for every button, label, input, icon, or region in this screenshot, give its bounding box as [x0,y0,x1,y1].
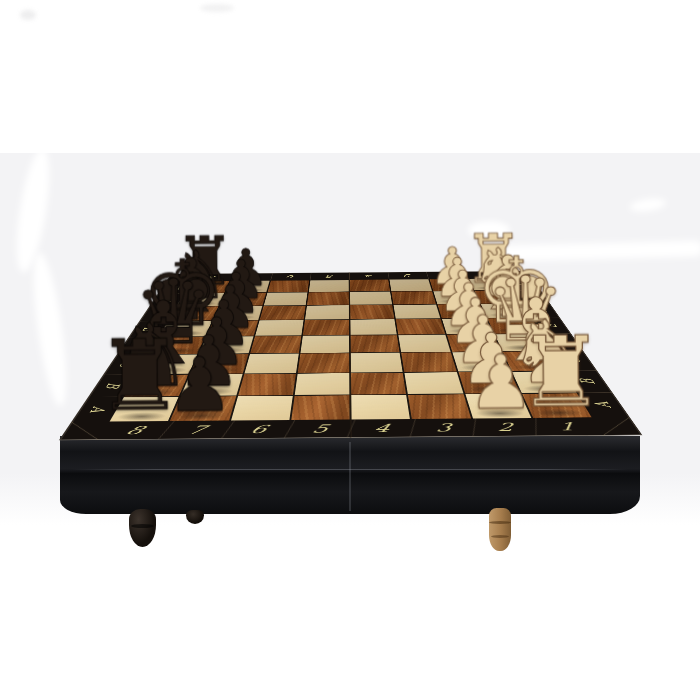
left-label-D: D [117,337,159,355]
square-e1[interactable]: ♚ [487,318,540,334]
piece-white-pawn-h2[interactable]: ♟ [429,243,475,290]
square-c6[interactable] [244,354,298,374]
square-h6[interactable] [267,280,309,292]
piece-shadow [481,298,519,303]
left-label-A: A [71,396,124,421]
square-d7[interactable]: ♟ [199,336,253,354]
piece-white-pawn-d2[interactable]: ♟ [448,293,504,351]
square-g1[interactable]: ♞ [475,291,523,304]
piece-black-knight-g8[interactable]: ♞ [168,244,228,306]
front-label-4: 4 [347,419,415,438]
piece-shadow [229,288,264,292]
piece-white-knight-g1[interactable]: ♞ [471,241,531,303]
piece-shadow [435,286,470,290]
square-h8[interactable]: ♜ [184,281,229,293]
square-c1[interactable]: ♝ [503,351,564,370]
square-a5[interactable] [291,395,350,420]
right-label-A: A [577,392,630,417]
piece-white-king-e1[interactable]: ♚ [476,249,558,333]
square-a8[interactable]: ♜ [110,397,179,422]
piece-shadow [129,388,179,396]
square-f5[interactable] [305,305,349,319]
square-b2[interactable]: ♟ [458,372,520,394]
square-b3[interactable] [405,372,463,394]
square-g7[interactable]: ♟ [220,293,266,306]
piece-shadow [439,299,476,304]
board-fold-seam [349,273,352,438]
square-a4[interactable] [351,395,410,420]
left-label-F: F [139,307,176,322]
right-label-D: D [541,333,584,351]
board-squares: ♜♟♟♜♞♟♟♞♝♟♟♝♚♟♟♚♛♟♟♛♝♟♟♝♞♟♟♞♜♟♟♜ [110,279,592,422]
piece-black-pawn-a7[interactable]: ♟ [166,351,233,420]
square-e7[interactable]: ♟ [207,320,258,336]
square-a1[interactable]: ♜ [522,393,592,418]
square-c4[interactable] [351,353,403,373]
left-label-C: C [103,355,148,375]
piece-shadow [474,409,526,418]
piece-shadow [223,301,260,306]
piece-shadow [188,288,224,292]
piece-white-pawn-a2[interactable]: ♟ [467,348,534,417]
piece-white-queen-d1[interactable]: ♛ [486,268,567,351]
front-label-5: 5 [284,419,355,438]
piece-black-pawn-h7[interactable]: ♟ [223,245,269,292]
piece-shadow [512,363,559,370]
square-a6[interactable] [231,396,293,421]
square-c3[interactable] [401,352,456,371]
back-label-8: 8 [191,274,234,282]
front-label-3: 3 [410,418,476,437]
left-label-H: H [158,281,191,293]
square-f1[interactable]: ♝ [481,304,531,318]
back-label-6: 6 [270,273,311,281]
piece-shadow [175,411,227,420]
square-g8[interactable]: ♞ [177,293,225,306]
coordinate-strip-back: 87654321 [191,271,507,281]
square-h1[interactable]: ♜ [469,279,514,291]
piece-shadow [211,330,252,336]
square-f6[interactable] [259,305,305,319]
square-g4[interactable] [350,292,392,305]
piece-black-pawn-e7[interactable]: ♟ [204,281,257,336]
square-f7[interactable]: ♟ [214,306,262,320]
piece-black-king-e8[interactable]: ♚ [141,252,223,336]
piece-shadow [488,312,528,317]
piece-shadow [460,364,506,371]
back-label-7: 7 [231,273,273,281]
frame-corner [503,271,533,279]
square-a3[interactable] [408,394,470,419]
square-h2[interactable]: ♟ [429,279,473,291]
piece-white-pawn-b2[interactable]: ♟ [460,328,523,393]
coordinate-strip-right: HGFEDCBA [507,278,629,417]
piece-black-pawn-g7[interactable]: ♟ [217,256,265,305]
square-c5[interactable] [298,353,350,373]
square-e4[interactable] [350,319,397,335]
square-g3[interactable] [392,291,436,304]
square-h3[interactable] [390,279,432,291]
piece-black-rook-h8[interactable]: ♜ [174,231,234,293]
piece-shadow [195,366,241,373]
square-c8[interactable]: ♝ [137,355,197,375]
piece-shadow [217,315,256,320]
left-label-G: G [149,293,184,306]
piece-shadow [163,330,205,336]
piece-shadow [185,387,234,395]
piece-shadow [495,328,537,334]
square-d3[interactable] [399,335,451,352]
square-f4[interactable] [350,305,394,319]
back-label-5: 5 [310,273,350,281]
square-b7[interactable]: ♟ [181,374,242,396]
piece-shadow [141,367,188,374]
square-e2[interactable]: ♟ [442,318,493,334]
square-b1[interactable]: ♞ [512,371,577,393]
right-label-E: E [531,318,571,334]
piece-shadow [475,286,511,290]
square-g6[interactable] [264,292,308,305]
square-f2[interactable]: ♟ [437,304,485,318]
back-label-4: 4 [349,272,389,280]
board-frame [59,271,643,441]
square-h5[interactable] [309,280,349,292]
square-b8[interactable]: ♞ [124,374,188,396]
piece-shadow [466,385,515,393]
square-e3[interactable] [396,319,445,335]
square-h4[interactable] [350,280,390,292]
piece-shadow [522,385,572,393]
square-e6[interactable] [255,320,304,336]
square-h7[interactable]: ♟ [226,281,269,293]
square-d2[interactable]: ♟ [447,334,501,351]
square-d5[interactable] [300,336,349,354]
piece-black-queen-d8[interactable]: ♛ [133,271,214,354]
piece-shadow [448,328,489,334]
square-e8[interactable]: ♚ [159,321,212,337]
square-f8[interactable]: ♝ [168,306,218,320]
square-f3[interactable] [394,304,440,318]
piece-white-pawn-e2[interactable]: ♟ [442,279,495,334]
square-a7[interactable]: ♟ [170,396,236,421]
piece-shadow [503,345,547,351]
frame-corner [166,274,195,282]
square-d4[interactable] [351,335,400,352]
piece-shadow [443,313,482,318]
square-d6[interactable] [250,336,301,354]
square-c2[interactable]: ♟ [452,352,510,371]
coordinate-strip-front: 87654321 [99,417,603,440]
right-label-B: B [563,370,612,392]
square-b5[interactable] [295,373,350,395]
piece-shadow [172,315,212,320]
piece-black-pawn-b7[interactable]: ♟ [177,330,240,395]
square-c7[interactable]: ♟ [191,354,248,374]
right-label-C: C [551,351,597,371]
back-label-3: 3 [388,272,429,280]
frame-corner [592,417,643,436]
square-d8[interactable]: ♛ [149,337,205,355]
piece-shadow [203,347,246,353]
square-g5[interactable] [307,292,349,305]
right-label-F: F [523,303,560,318]
square-e5[interactable] [303,320,349,336]
piece-shadow [114,412,168,421]
piece-black-pawn-d7[interactable]: ♟ [196,295,252,353]
left-label-B: B [88,374,137,396]
square-g2[interactable]: ♟ [433,291,479,304]
chess-board: 87654321 HGFEDCBA HGFEDCBA 87654321 ♜♟♟♜… [59,271,643,441]
piece-black-pawn-c7[interactable]: ♟ [187,312,246,373]
piece-white-rook-h1[interactable]: ♜ [464,228,524,290]
front-label-1: 1 [535,417,598,436]
right-label-G: G [515,290,550,303]
piece-shadow [153,348,197,354]
chess-set-photo: 87654321 HGFEDCBA HGFEDCBA 87654321 ♜♟♟♜… [0,0,700,700]
piece-shadow [453,345,496,351]
right-label-H: H [507,278,540,290]
square-b6[interactable] [238,373,296,395]
back-label-2: 2 [426,272,468,280]
board-scene: 87654321 HGFEDCBA HGFEDCBA 87654321 ♜♟♟♜… [0,0,700,700]
piece-shadow [533,408,587,417]
back-label-1: 1 [465,271,508,279]
piece-white-pawn-g2[interactable]: ♟ [433,254,481,303]
piece-shadow [180,301,218,306]
piece-white-pawn-c2[interactable]: ♟ [453,309,512,370]
front-label-2: 2 [473,418,536,437]
square-d1[interactable]: ♛ [494,334,551,351]
square-b4[interactable] [351,373,406,395]
left-label-E: E [129,321,169,337]
square-a2[interactable]: ♟ [465,394,531,419]
piece-white-bishop-f1[interactable]: ♝ [475,249,542,318]
board-depth-shading [110,279,592,422]
coordinate-strip-left: HGFEDCBA [71,281,191,422]
